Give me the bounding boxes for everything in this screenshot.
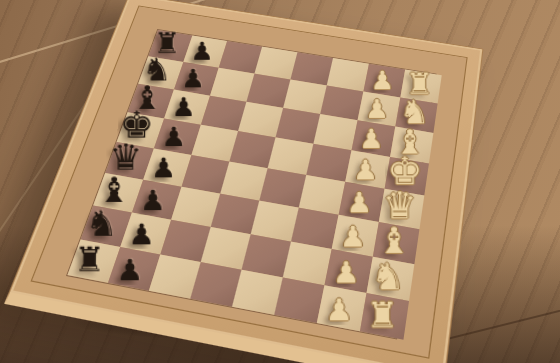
- square-f4[interactable]: [276, 108, 321, 144]
- square-g2[interactable]: ♟: [358, 91, 401, 126]
- square-h3[interactable]: [327, 58, 369, 91]
- square-a2[interactable]: ♟: [317, 285, 367, 331]
- piece-black-pawn[interactable]: ♟: [132, 187, 173, 215]
- piece-white-pawn[interactable]: ♟: [352, 126, 391, 153]
- piece-white-pawn[interactable]: ♟: [358, 96, 396, 122]
- piece-white-pawn[interactable]: ♟: [332, 222, 374, 251]
- piece-white-pawn[interactable]: ♟: [346, 156, 386, 183]
- piece-black-pawn[interactable]: ♟: [184, 39, 220, 64]
- square-a1[interactable]: ♜: [360, 293, 409, 340]
- piece-white-queen[interactable]: ♛: [379, 187, 420, 224]
- square-f6[interactable]: [201, 96, 246, 131]
- square-d6[interactable]: [182, 155, 230, 194]
- square-d2[interactable]: ♟: [339, 182, 385, 222]
- piece-black-pawn[interactable]: ♟: [109, 256, 152, 285]
- wood-floor: ♜♟♟♜♞♟♟♞♝♟♟♝♚♟♟♚♛♟♟♛♝♟♟♝♞♟♟♞♜♟♟♜: [0, 0, 560, 363]
- piece-white-pawn[interactable]: ♟: [364, 68, 401, 93]
- square-f7[interactable]: ♟: [164, 90, 210, 125]
- piece-white-bishop[interactable]: ♝: [373, 223, 415, 259]
- piece-black-pawn[interactable]: ♟: [154, 124, 193, 151]
- board-margin: ♜♟♟♜♞♟♟♞♝♟♟♝♚♟♟♚♛♟♟♛♝♟♟♝♞♟♟♞♜♟♟♜: [30, 6, 467, 359]
- piece-white-knight[interactable]: ♞: [367, 259, 410, 296]
- board-scene: ♜♟♟♜♞♟♟♞♝♟♟♝♚♟♟♚♛♟♟♛♝♟♟♝♞♟♟♞♜♟♟♜: [86, 0, 444, 344]
- piece-black-pawn[interactable]: ♟: [165, 94, 203, 120]
- piece-black-pawn[interactable]: ♟: [144, 154, 184, 181]
- square-d7[interactable]: ♟: [143, 148, 191, 186]
- piece-white-pawn[interactable]: ♟: [339, 189, 380, 217]
- piece-black-pawn[interactable]: ♟: [121, 220, 163, 249]
- board-frame: ♜♟♟♜♞♟♟♞♝♟♟♝♚♟♟♚♛♟♟♛♝♟♟♝♞♟♟♞♜♟♟♜: [4, 0, 483, 363]
- square-e5[interactable]: [229, 131, 275, 168]
- square-b2[interactable]: ♟: [324, 249, 372, 293]
- chess-board: ♜♟♟♜♞♟♟♞♝♟♟♝♚♟♟♚♛♟♟♛♝♟♟♝♞♟♟♞♜♟♟♜: [66, 29, 437, 339]
- piece-white-pawn[interactable]: ♟: [317, 295, 361, 325]
- square-h2[interactable]: ♟: [363, 64, 405, 98]
- piece-white-pawn[interactable]: ♟: [325, 258, 368, 287]
- piece-white-rook[interactable]: ♜: [360, 298, 404, 333]
- square-g6[interactable]: [210, 68, 254, 102]
- piece-black-knight[interactable]: ♞: [81, 206, 122, 241]
- piece-black-pawn[interactable]: ♟: [174, 66, 211, 91]
- piece-black-rook[interactable]: ♜: [68, 243, 110, 277]
